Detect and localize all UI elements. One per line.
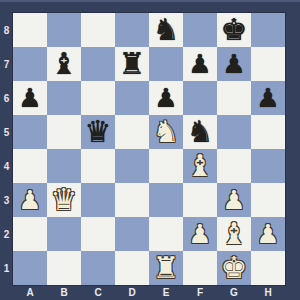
square-a6[interactable]: ♟ [13, 81, 47, 115]
square-h3[interactable] [251, 183, 285, 217]
square-b2[interactable] [47, 217, 81, 251]
square-c4[interactable] [81, 149, 115, 183]
piece-black-queen: ♛ [85, 115, 112, 149]
piece-black-pawn: ♟ [188, 47, 211, 81]
piece-white-pawn: ♟ [222, 183, 245, 217]
chess-diagram: ♞♚♝♜♟♟♟♟♟♛♞♞♝♟♛♟♟♝♟♜♚ 87654321 ABCDEFGH [0, 0, 300, 300]
square-a3[interactable]: ♟ [13, 183, 47, 217]
square-c1[interactable] [81, 251, 115, 285]
square-a5[interactable] [13, 115, 47, 149]
file-label-f: F [183, 285, 217, 300]
square-e2[interactable] [149, 217, 183, 251]
square-g2[interactable]: ♝ [217, 217, 251, 251]
square-b5[interactable] [47, 115, 81, 149]
piece-black-king: ♚ [221, 13, 248, 47]
piece-black-knight: ♞ [187, 115, 214, 149]
square-h6[interactable]: ♟ [251, 81, 285, 115]
square-a7[interactable] [13, 47, 47, 81]
square-f3[interactable] [183, 183, 217, 217]
square-c3[interactable] [81, 183, 115, 217]
file-label-c: C [81, 285, 115, 300]
square-f8[interactable] [183, 13, 217, 47]
rank-label-4: 4 [0, 149, 13, 183]
rank-label-5: 5 [0, 115, 13, 149]
square-e8[interactable]: ♞ [149, 13, 183, 47]
square-d8[interactable] [115, 13, 149, 47]
square-b6[interactable] [47, 81, 81, 115]
rank-label-7: 7 [0, 47, 13, 81]
square-e3[interactable] [149, 183, 183, 217]
square-f1[interactable] [183, 251, 217, 285]
square-d2[interactable] [115, 217, 149, 251]
rank-label-3: 3 [0, 183, 13, 217]
square-d6[interactable] [115, 81, 149, 115]
file-label-h: H [251, 285, 285, 300]
file-label-e: E [149, 285, 183, 300]
square-g5[interactable] [217, 115, 251, 149]
square-f2[interactable]: ♟ [183, 217, 217, 251]
rank-label-2: 2 [0, 217, 13, 251]
piece-black-bishop: ♝ [51, 47, 78, 81]
square-f4[interactable]: ♝ [183, 149, 217, 183]
file-label-b: B [47, 285, 81, 300]
piece-white-knight: ♞ [153, 115, 180, 149]
square-e5[interactable]: ♞ [149, 115, 183, 149]
square-c8[interactable] [81, 13, 115, 47]
piece-black-pawn: ♟ [18, 81, 41, 115]
square-a8[interactable] [13, 13, 47, 47]
square-b8[interactable] [47, 13, 81, 47]
square-a1[interactable] [13, 251, 47, 285]
square-e6[interactable]: ♟ [149, 81, 183, 115]
square-d7[interactable]: ♜ [115, 47, 149, 81]
piece-white-bishop: ♝ [221, 217, 248, 251]
square-g6[interactable] [217, 81, 251, 115]
file-label-g: G [217, 285, 251, 300]
square-c5[interactable]: ♛ [81, 115, 115, 149]
rank-label-1: 1 [0, 251, 13, 285]
square-f7[interactable]: ♟ [183, 47, 217, 81]
square-b3[interactable]: ♛ [47, 183, 81, 217]
square-c7[interactable] [81, 47, 115, 81]
square-f5[interactable]: ♞ [183, 115, 217, 149]
square-g1[interactable]: ♚ [217, 251, 251, 285]
square-a4[interactable] [13, 149, 47, 183]
piece-black-knight: ♞ [153, 13, 180, 47]
piece-white-pawn: ♟ [188, 217, 211, 251]
square-g7[interactable]: ♟ [217, 47, 251, 81]
file-label-a: A [13, 285, 47, 300]
piece-black-pawn: ♟ [256, 81, 279, 115]
piece-black-rook: ♜ [119, 47, 146, 81]
piece-black-pawn: ♟ [154, 81, 177, 115]
piece-white-pawn: ♟ [18, 183, 41, 217]
square-h1[interactable] [251, 251, 285, 285]
square-a2[interactable] [13, 217, 47, 251]
square-c6[interactable] [81, 81, 115, 115]
square-g3[interactable]: ♟ [217, 183, 251, 217]
chess-board: ♞♚♝♜♟♟♟♟♟♛♞♞♝♟♛♟♟♝♟♜♚ [13, 13, 285, 285]
square-f6[interactable] [183, 81, 217, 115]
square-b4[interactable] [47, 149, 81, 183]
square-h2[interactable]: ♟ [251, 217, 285, 251]
rank-label-6: 6 [0, 81, 13, 115]
square-b7[interactable]: ♝ [47, 47, 81, 81]
piece-white-pawn: ♟ [256, 217, 279, 251]
square-d3[interactable] [115, 183, 149, 217]
square-e7[interactable] [149, 47, 183, 81]
piece-black-pawn: ♟ [222, 47, 245, 81]
piece-white-king: ♚ [221, 251, 248, 285]
square-h5[interactable] [251, 115, 285, 149]
square-d4[interactable] [115, 149, 149, 183]
square-c2[interactable] [81, 217, 115, 251]
square-e1[interactable]: ♜ [149, 251, 183, 285]
square-h7[interactable] [251, 47, 285, 81]
piece-white-queen: ♛ [51, 183, 78, 217]
square-e4[interactable] [149, 149, 183, 183]
piece-white-rook: ♜ [153, 251, 180, 285]
square-d5[interactable] [115, 115, 149, 149]
square-g8[interactable]: ♚ [217, 13, 251, 47]
piece-white-bishop: ♝ [187, 149, 214, 183]
square-b1[interactable] [47, 251, 81, 285]
rank-label-8: 8 [0, 13, 13, 47]
square-d1[interactable] [115, 251, 149, 285]
square-h8[interactable] [251, 13, 285, 47]
file-label-d: D [115, 285, 149, 300]
square-g4[interactable] [217, 149, 251, 183]
square-h4[interactable] [251, 149, 285, 183]
